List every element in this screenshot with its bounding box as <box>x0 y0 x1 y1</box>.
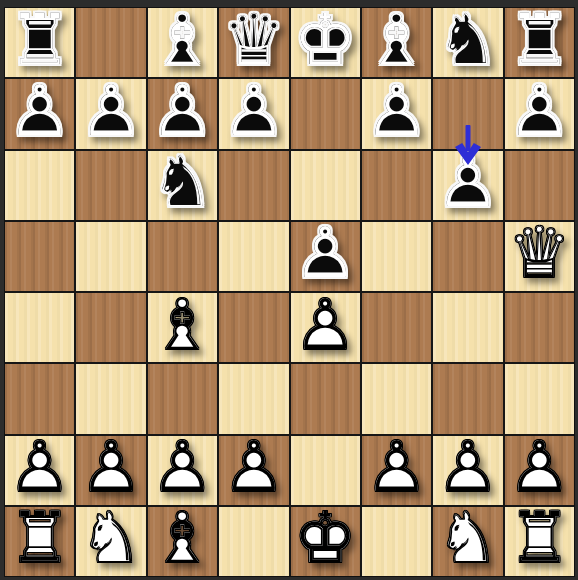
piece-white-knight[interactable]: ♞♘ <box>76 507 145 576</box>
square-c4[interactable]: ♝♗ <box>148 293 217 362</box>
square-a7[interactable]: ♟♙ <box>5 79 74 148</box>
square-f1[interactable] <box>362 507 431 576</box>
square-f4[interactable] <box>362 293 431 362</box>
square-d3[interactable] <box>219 364 288 433</box>
square-b2[interactable]: ♟♙ <box>76 436 145 505</box>
piece-glyph-outline: ♙ <box>437 147 500 217</box>
square-b5[interactable] <box>76 222 145 291</box>
piece-white-king[interactable]: ♚♔ <box>291 507 360 576</box>
square-h7[interactable]: ♟♙ <box>505 79 574 148</box>
piece-glyph-fill: ♝ <box>151 504 214 574</box>
piece-glyph-outline: ♙ <box>80 76 143 146</box>
chess-board-frame: ♜♖♝♗♛♕♚♔♝♗♞♘♜♖♟♙♟♙♟♙♟♙♟♙♟♙♞♘♟♙♟♙♛♕♝♗♟♙♟♙… <box>0 0 578 580</box>
piece-black-pawn[interactable]: ♟♙ <box>505 79 574 148</box>
piece-white-knight[interactable]: ♞♘ <box>433 507 502 576</box>
square-g2[interactable]: ♟♙ <box>433 436 502 505</box>
piece-glyph-fill: ♟ <box>365 432 428 502</box>
piece-glyph-outline: ♙ <box>365 76 428 146</box>
piece-black-rook[interactable]: ♜♖ <box>505 8 574 77</box>
piece-glyph-outline: ♙ <box>151 432 214 502</box>
square-a4[interactable] <box>5 293 74 362</box>
square-g3[interactable] <box>433 364 502 433</box>
piece-glyph-fill: ♟ <box>294 219 357 289</box>
piece-glyph-fill: ♟ <box>80 432 143 502</box>
piece-glyph-fill: ♟ <box>437 147 500 217</box>
piece-white-pawn[interactable]: ♟♙ <box>291 293 360 362</box>
piece-glyph-outline: ♘ <box>437 5 500 75</box>
piece-glyph-fill: ♞ <box>437 5 500 75</box>
square-b8[interactable] <box>76 8 145 77</box>
piece-glyph-outline: ♗ <box>151 504 214 574</box>
square-h8[interactable]: ♜♖ <box>505 8 574 77</box>
piece-glyph-outline: ♙ <box>294 219 357 289</box>
piece-glyph-fill: ♟ <box>508 76 571 146</box>
piece-glyph-fill: ♟ <box>151 76 214 146</box>
square-g4[interactable] <box>433 293 502 362</box>
piece-white-pawn[interactable]: ♟♙ <box>362 436 431 505</box>
square-b4[interactable] <box>76 293 145 362</box>
piece-glyph-fill: ♟ <box>508 432 571 502</box>
piece-black-knight[interactable]: ♞♘ <box>148 151 217 220</box>
piece-black-queen[interactable]: ♛♕ <box>219 8 288 77</box>
square-f8[interactable]: ♝♗ <box>362 8 431 77</box>
square-a2[interactable]: ♟♙ <box>5 436 74 505</box>
piece-glyph-outline: ♗ <box>151 5 214 75</box>
square-a3[interactable] <box>5 364 74 433</box>
piece-glyph-fill: ♟ <box>8 76 71 146</box>
square-b3[interactable] <box>76 364 145 433</box>
piece-black-rook[interactable]: ♜♖ <box>5 8 74 77</box>
square-h5[interactable]: ♛♕ <box>505 222 574 291</box>
square-b1[interactable]: ♞♘ <box>76 507 145 576</box>
piece-glyph-outline: ♖ <box>508 5 571 75</box>
chess-board[interactable]: ♜♖♝♗♛♕♚♔♝♗♞♘♜♖♟♙♟♙♟♙♟♙♟♙♟♙♞♘♟♙♟♙♛♕♝♗♟♙♟♙… <box>4 7 575 577</box>
piece-glyph-fill: ♜ <box>508 504 571 574</box>
piece-glyph-outline: ♔ <box>294 504 357 574</box>
square-h1[interactable]: ♜♖ <box>505 507 574 576</box>
square-d4[interactable] <box>219 293 288 362</box>
piece-glyph-outline: ♙ <box>222 76 285 146</box>
square-f7[interactable]: ♟♙ <box>362 79 431 148</box>
square-g5[interactable] <box>433 222 502 291</box>
square-f2[interactable]: ♟♙ <box>362 436 431 505</box>
square-d8[interactable]: ♛♕ <box>219 8 288 77</box>
piece-glyph-outline: ♘ <box>151 147 214 217</box>
piece-glyph-fill: ♜ <box>8 5 71 75</box>
piece-glyph-outline: ♘ <box>437 504 500 574</box>
piece-black-pawn[interactable]: ♟♙ <box>219 79 288 148</box>
piece-glyph-outline: ♙ <box>508 432 571 502</box>
piece-glyph-fill: ♟ <box>437 432 500 502</box>
piece-glyph-fill: ♛ <box>508 219 571 289</box>
piece-glyph-fill: ♟ <box>151 432 214 502</box>
piece-glyph-outline: ♔ <box>294 5 357 75</box>
piece-glyph-outline: ♖ <box>508 504 571 574</box>
piece-glyph-fill: ♚ <box>294 5 357 75</box>
piece-glyph-fill: ♟ <box>222 432 285 502</box>
piece-white-pawn[interactable]: ♟♙ <box>5 436 74 505</box>
piece-white-pawn[interactable]: ♟♙ <box>505 436 574 505</box>
piece-glyph-fill: ♝ <box>151 290 214 360</box>
piece-glyph-fill: ♞ <box>151 147 214 217</box>
piece-glyph-outline: ♗ <box>151 290 214 360</box>
square-e5[interactable]: ♟♙ <box>291 222 360 291</box>
square-g1[interactable]: ♞♘ <box>433 507 502 576</box>
square-a6[interactable] <box>5 151 74 220</box>
piece-glyph-outline: ♖ <box>8 5 71 75</box>
piece-glyph-fill: ♟ <box>222 76 285 146</box>
square-c5[interactable] <box>148 222 217 291</box>
square-f6[interactable] <box>362 151 431 220</box>
square-e8[interactable]: ♚♔ <box>291 8 360 77</box>
square-e6[interactable] <box>291 151 360 220</box>
piece-glyph-fill: ♞ <box>80 504 143 574</box>
piece-glyph-outline: ♗ <box>365 5 428 75</box>
square-e3[interactable] <box>291 364 360 433</box>
piece-glyph-fill: ♛ <box>222 5 285 75</box>
piece-glyph-fill: ♝ <box>365 5 428 75</box>
piece-glyph-outline: ♙ <box>222 432 285 502</box>
square-c1[interactable]: ♝♗ <box>148 507 217 576</box>
piece-white-pawn[interactable]: ♟♙ <box>219 436 288 505</box>
piece-black-bishop[interactable]: ♝♗ <box>148 8 217 77</box>
piece-white-bishop[interactable]: ♝♗ <box>148 507 217 576</box>
square-a5[interactable] <box>5 222 74 291</box>
piece-white-pawn[interactable]: ♟♙ <box>76 436 145 505</box>
square-g8[interactable]: ♞♘ <box>433 8 502 77</box>
square-e4[interactable]: ♟♙ <box>291 293 360 362</box>
piece-glyph-outline: ♖ <box>8 504 71 574</box>
piece-black-pawn[interactable]: ♟♙ <box>291 222 360 291</box>
piece-glyph-fill: ♟ <box>80 76 143 146</box>
piece-black-pawn[interactable]: ♟♙ <box>148 79 217 148</box>
piece-glyph-outline: ♙ <box>508 76 571 146</box>
square-c6[interactable]: ♞♘ <box>148 151 217 220</box>
piece-glyph-outline: ♙ <box>437 432 500 502</box>
piece-glyph-outline: ♙ <box>8 76 71 146</box>
piece-glyph-outline: ♙ <box>294 290 357 360</box>
piece-black-pawn[interactable]: ♟♙ <box>76 79 145 148</box>
square-d5[interactable] <box>219 222 288 291</box>
piece-glyph-outline: ♙ <box>80 432 143 502</box>
piece-glyph-fill: ♞ <box>437 504 500 574</box>
square-d6[interactable] <box>219 151 288 220</box>
piece-black-pawn[interactable]: ♟♙ <box>5 79 74 148</box>
square-f3[interactable] <box>362 364 431 433</box>
square-b7[interactable]: ♟♙ <box>76 79 145 148</box>
square-e7[interactable] <box>291 79 360 148</box>
piece-black-pawn[interactable]: ♟♙ <box>433 151 502 220</box>
piece-glyph-fill: ♟ <box>8 432 71 502</box>
piece-glyph-outline: ♙ <box>365 432 428 502</box>
square-g6[interactable]: ♟♙ <box>433 151 502 220</box>
piece-white-rook[interactable]: ♜♖ <box>5 507 74 576</box>
piece-glyph-fill: ♜ <box>8 504 71 574</box>
piece-white-queen[interactable]: ♛♕ <box>505 222 574 291</box>
square-c3[interactable] <box>148 364 217 433</box>
piece-black-king[interactable]: ♚♔ <box>291 8 360 77</box>
piece-glyph-outline: ♕ <box>508 219 571 289</box>
piece-white-pawn[interactable]: ♟♙ <box>433 436 502 505</box>
square-d2[interactable]: ♟♙ <box>219 436 288 505</box>
piece-white-pawn[interactable]: ♟♙ <box>148 436 217 505</box>
piece-white-bishop[interactable]: ♝♗ <box>148 293 217 362</box>
square-d1[interactable] <box>219 507 288 576</box>
square-f5[interactable] <box>362 222 431 291</box>
square-e1[interactable]: ♚♔ <box>291 507 360 576</box>
square-a1[interactable]: ♜♖ <box>5 507 74 576</box>
square-g7[interactable] <box>433 79 502 148</box>
square-h3[interactable] <box>505 364 574 433</box>
square-e2[interactable] <box>291 436 360 505</box>
square-c2[interactable]: ♟♙ <box>148 436 217 505</box>
square-a8[interactable]: ♜♖ <box>5 8 74 77</box>
piece-glyph-fill: ♚ <box>294 504 357 574</box>
square-d7[interactable]: ♟♙ <box>219 79 288 148</box>
chess-board-area: ♜♖♝♗♛♕♚♔♝♗♞♘♜♖♟♙♟♙♟♙♟♙♟♙♟♙♞♘♟♙♟♙♛♕♝♗♟♙♟♙… <box>4 7 575 577</box>
piece-black-bishop[interactable]: ♝♗ <box>362 8 431 77</box>
piece-black-knight[interactable]: ♞♘ <box>433 8 502 77</box>
piece-glyph-outline: ♙ <box>151 76 214 146</box>
piece-white-rook[interactable]: ♜♖ <box>505 507 574 576</box>
square-h2[interactable]: ♟♙ <box>505 436 574 505</box>
piece-black-pawn[interactable]: ♟♙ <box>362 79 431 148</box>
square-h4[interactable] <box>505 293 574 362</box>
square-c7[interactable]: ♟♙ <box>148 79 217 148</box>
piece-glyph-outline: ♘ <box>80 504 143 574</box>
piece-glyph-fill: ♝ <box>151 5 214 75</box>
piece-glyph-fill: ♜ <box>508 5 571 75</box>
square-b6[interactable] <box>76 151 145 220</box>
piece-glyph-fill: ♟ <box>365 76 428 146</box>
square-c8[interactable]: ♝♗ <box>148 8 217 77</box>
piece-glyph-outline: ♙ <box>8 432 71 502</box>
piece-glyph-outline: ♕ <box>222 5 285 75</box>
square-h6[interactable] <box>505 151 574 220</box>
piece-glyph-fill: ♟ <box>294 290 357 360</box>
